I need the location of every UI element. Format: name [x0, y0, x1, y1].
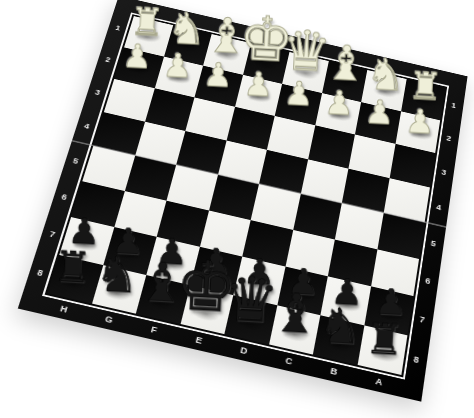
chess-board: HGFEDCBA1234567812345678 ♜♞♝♛♚♝♞♜♟♟♟♟♟♟♟… — [18, 0, 468, 402]
white-pawn-a2[interactable]: ♟ — [404, 104, 435, 138]
file-label-e: E — [195, 335, 204, 346]
file-label-f: F — [150, 324, 159, 335]
black-knight-g8[interactable]: ♞ — [93, 248, 139, 299]
white-knight-b1[interactable]: ♞ — [365, 51, 406, 97]
file-label-a: A — [375, 376, 384, 387]
board-photo: HGFEDCBA1234567812345678 ♜♞♝♛♚♝♞♜♟♟♟♟♟♟♟… — [0, 0, 474, 418]
rank-label-left-3: 3 — [94, 88, 102, 97]
board-perspective-scene: HGFEDCBA1234567812345678 ♜♞♝♛♚♝♞♜♟♟♟♟♟♟♟… — [18, 0, 468, 402]
white-pawn-d2[interactable]: ♟ — [283, 76, 314, 110]
rank-label-left-2: 2 — [105, 55, 113, 64]
file-label-b: B — [330, 366, 339, 377]
rank-label-right-5: 5 — [430, 238, 437, 248]
rank-label-right-3: 3 — [441, 167, 447, 176]
black-rook-h8[interactable]: ♜ — [52, 244, 92, 288]
rank-label-left-4: 4 — [83, 121, 91, 130]
file-label-g: G — [104, 314, 115, 325]
pieces-layer: ♜♞♝♛♚♝♞♜♟♟♟♟♟♟♟♟♟♟♟♟♟♟♟♟♜♞♝♛♚♝♞♜ — [119, 0, 468, 76]
rank-label-left-7: 7 — [49, 229, 57, 239]
white-rook-a1[interactable]: ♜ — [407, 66, 443, 106]
white-pawn-f2[interactable]: ♟ — [202, 57, 233, 91]
rank-label-right-2: 2 — [446, 134, 452, 143]
white-rook-h1[interactable]: ♜ — [129, 2, 165, 42]
file-label-d: D — [239, 345, 248, 356]
black-rook-a8[interactable]: ♜ — [364, 316, 404, 360]
rank-label-right-8: 8 — [413, 354, 420, 365]
white-pawn-c2[interactable]: ♟ — [323, 85, 354, 119]
file-label-c: C — [285, 355, 294, 366]
white-pawn-b2[interactable]: ♟ — [364, 94, 395, 128]
white-pawn-e2[interactable]: ♟ — [242, 67, 273, 101]
rank-label-left-8: 8 — [36, 267, 45, 277]
black-knight-b8[interactable]: ♞ — [316, 300, 362, 351]
white-king-e1[interactable]: ♚ — [237, 7, 295, 71]
black-king-e8[interactable]: ♚ — [174, 251, 239, 322]
file-label-h: H — [59, 304, 69, 315]
rank-label-right-1: 1 — [451, 101, 457, 110]
rank-label-left-1: 1 — [115, 23, 122, 31]
white-pawn-h2[interactable]: ♟ — [121, 39, 152, 73]
rank-label-right-4: 4 — [436, 202, 443, 212]
rank-label-left-6: 6 — [60, 192, 68, 202]
rank-label-right-7: 7 — [419, 314, 426, 324]
white-knight-g1[interactable]: ♞ — [166, 5, 207, 51]
white-pawn-g2[interactable]: ♟ — [162, 48, 193, 82]
rank-label-left-5: 5 — [72, 156, 80, 165]
rank-label-right-6: 6 — [425, 276, 432, 286]
